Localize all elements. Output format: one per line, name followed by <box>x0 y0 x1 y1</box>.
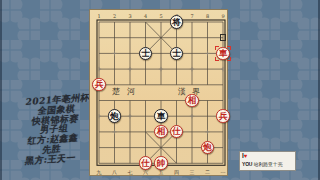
watermark-line2: YOU 哈利路亚十亮 <box>242 161 293 168</box>
xiangqi-board: 123456789 九八七六五四三二一 楚河 漢界 将士士車兵相炮車兵相仕炮仕帥 <box>89 9 228 176</box>
last-move-from-marker <box>220 34 226 40</box>
piece-layer: 将士士車兵相炮車兵相仕炮仕帥 <box>91 14 231 171</box>
watermark-line1: I♥ <box>242 152 293 161</box>
piece-black-炮[interactable]: 炮 <box>108 109 121 122</box>
piece-red-兵[interactable]: 兵 <box>216 109 229 122</box>
piece-red-炮[interactable]: 炮 <box>201 141 214 154</box>
watermark-badge: I♥ YOU 哈利路亚十亮 <box>239 151 296 171</box>
piece-black-士[interactable]: 士 <box>139 47 152 60</box>
piece-red-相[interactable]: 相 <box>185 94 198 107</box>
piece-black-将[interactable]: 将 <box>170 15 183 28</box>
watermark-channel-name: 哈利路亚十亮 <box>254 162 283 167</box>
piece-red-車[interactable]: 車 <box>216 47 229 60</box>
frame-edge-left <box>0 0 2 180</box>
piece-red-仕[interactable]: 仕 <box>139 156 152 169</box>
piece-black-車[interactable]: 車 <box>154 109 167 122</box>
video-frame: 2021年亳州杯全国象棋快棋锦标赛男子组红方:赵鑫鑫先胜黑方:王天一 12345… <box>0 0 320 180</box>
piece-black-士[interactable]: 士 <box>170 47 183 60</box>
piece-red-仕[interactable]: 仕 <box>170 125 183 138</box>
piece-red-帥[interactable]: 帥 <box>154 156 167 169</box>
piece-red-兵[interactable]: 兵 <box>92 78 105 91</box>
piece-red-相[interactable]: 相 <box>154 125 167 138</box>
heart-icon: ♥ <box>244 153 248 159</box>
event-caption: 2021年亳州杯全国象棋快棋锦标赛男子组红方:赵鑫鑫先胜黑方:王天一 <box>10 93 98 168</box>
watermark-you: YOU <box>242 161 252 167</box>
